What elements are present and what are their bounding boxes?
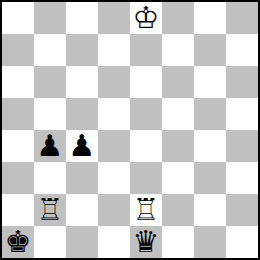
square-f2[interactable]	[162, 194, 194, 226]
square-e7[interactable]	[130, 34, 162, 66]
square-e8[interactable]: ♔	[130, 2, 162, 34]
square-b1[interactable]	[34, 226, 66, 258]
square-a5[interactable]	[2, 98, 34, 130]
square-f6[interactable]	[162, 66, 194, 98]
square-d1[interactable]	[98, 226, 130, 258]
square-b4[interactable]: ♟	[34, 130, 66, 162]
white-rook-piece[interactable]: ♖	[133, 194, 160, 226]
square-e2[interactable]: ♖	[130, 194, 162, 226]
square-h1[interactable]	[226, 226, 258, 258]
square-d7[interactable]	[98, 34, 130, 66]
square-c1[interactable]	[66, 226, 98, 258]
square-g2[interactable]	[194, 194, 226, 226]
square-b5[interactable]	[34, 98, 66, 130]
square-f8[interactable]	[162, 2, 194, 34]
square-b8[interactable]	[34, 2, 66, 34]
square-h4[interactable]	[226, 130, 258, 162]
square-c8[interactable]	[66, 2, 98, 34]
square-a3[interactable]	[2, 162, 34, 194]
square-h3[interactable]	[226, 162, 258, 194]
square-d4[interactable]	[98, 130, 130, 162]
chessboard: ♔♟♟♖♖♚♛	[2, 2, 258, 258]
square-h5[interactable]	[226, 98, 258, 130]
square-e4[interactable]	[130, 130, 162, 162]
square-b2[interactable]: ♖	[34, 194, 66, 226]
square-e5[interactable]	[130, 98, 162, 130]
square-g1[interactable]	[194, 226, 226, 258]
square-f1[interactable]	[162, 226, 194, 258]
square-e3[interactable]	[130, 162, 162, 194]
square-g8[interactable]	[194, 2, 226, 34]
square-f3[interactable]	[162, 162, 194, 194]
square-d5[interactable]	[98, 98, 130, 130]
black-pawn-piece[interactable]: ♟	[69, 130, 96, 162]
square-g3[interactable]	[194, 162, 226, 194]
square-g4[interactable]	[194, 130, 226, 162]
square-h6[interactable]	[226, 66, 258, 98]
square-e6[interactable]	[130, 66, 162, 98]
black-queen-piece[interactable]: ♛	[133, 226, 160, 258]
square-b6[interactable]	[34, 66, 66, 98]
square-b7[interactable]	[34, 34, 66, 66]
square-e1[interactable]: ♛	[130, 226, 162, 258]
square-g6[interactable]	[194, 66, 226, 98]
white-rook-piece[interactable]: ♖	[37, 194, 64, 226]
square-h7[interactable]	[226, 34, 258, 66]
black-king-piece[interactable]: ♚	[5, 226, 32, 258]
square-a8[interactable]	[2, 2, 34, 34]
square-f4[interactable]	[162, 130, 194, 162]
chessboard-frame: ♔♟♟♖♖♚♛	[0, 0, 260, 260]
square-a4[interactable]	[2, 130, 34, 162]
square-c6[interactable]	[66, 66, 98, 98]
square-d8[interactable]	[98, 2, 130, 34]
square-f7[interactable]	[162, 34, 194, 66]
square-a6[interactable]	[2, 66, 34, 98]
black-pawn-piece[interactable]: ♟	[37, 130, 64, 162]
square-c7[interactable]	[66, 34, 98, 66]
square-c5[interactable]	[66, 98, 98, 130]
square-g5[interactable]	[194, 98, 226, 130]
square-c4[interactable]: ♟	[66, 130, 98, 162]
square-g7[interactable]	[194, 34, 226, 66]
square-a7[interactable]	[2, 34, 34, 66]
square-f5[interactable]	[162, 98, 194, 130]
square-h8[interactable]	[226, 2, 258, 34]
square-d3[interactable]	[98, 162, 130, 194]
white-king-piece[interactable]: ♔	[133, 2, 160, 34]
square-a2[interactable]	[2, 194, 34, 226]
square-d2[interactable]	[98, 194, 130, 226]
square-h2[interactable]	[226, 194, 258, 226]
square-a1[interactable]: ♚	[2, 226, 34, 258]
square-c2[interactable]	[66, 194, 98, 226]
square-d6[interactable]	[98, 66, 130, 98]
square-b3[interactable]	[34, 162, 66, 194]
square-c3[interactable]	[66, 162, 98, 194]
